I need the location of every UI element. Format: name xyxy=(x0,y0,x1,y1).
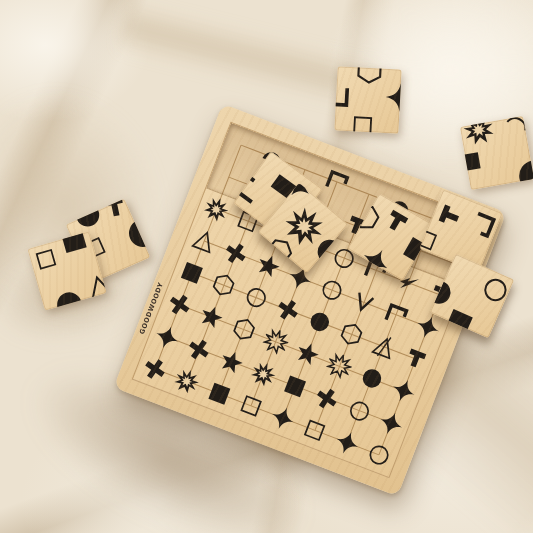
circle-shape-icon xyxy=(317,275,348,306)
circle-shape-icon xyxy=(344,395,375,426)
check-shape-icon xyxy=(349,287,380,318)
circle_f-shape-icon xyxy=(511,153,533,190)
cross-shape-icon xyxy=(312,383,343,414)
hexagon-shape-icon xyxy=(354,66,386,85)
arc-shape-icon xyxy=(499,116,533,143)
star5-shape-icon xyxy=(196,302,227,333)
triangle_line-shape-icon xyxy=(368,331,399,362)
star4-shape-icon xyxy=(268,403,299,434)
square-shape-icon xyxy=(31,245,61,275)
star4-shape-icon xyxy=(376,407,407,438)
burst_o-shape-icon xyxy=(260,326,291,357)
burst-shape-icon xyxy=(201,194,232,225)
square-shape-icon xyxy=(349,112,376,134)
cross-shape-icon xyxy=(164,289,195,320)
circle_f-shape-icon xyxy=(304,307,335,338)
T-shape-icon xyxy=(400,343,431,374)
halfcircle-shape-icon xyxy=(48,279,88,310)
burst_o-shape-icon xyxy=(324,351,355,382)
burst-shape-icon xyxy=(172,366,203,397)
star5-shape-icon xyxy=(216,346,247,377)
hexagon-shape-icon xyxy=(208,270,239,301)
T-shape-icon xyxy=(433,199,467,233)
square_f-shape-icon xyxy=(280,371,311,402)
burst-shape-icon xyxy=(248,358,279,389)
circle-shape-icon xyxy=(477,272,514,309)
cross-shape-icon xyxy=(184,334,215,365)
loose-tile-right[interactable] xyxy=(460,116,533,190)
circle_f-shape-icon xyxy=(356,363,387,394)
square-shape-icon xyxy=(236,390,267,421)
star4-shape-icon xyxy=(384,82,401,114)
cross-shape-icon xyxy=(140,353,171,384)
circle-shape-icon xyxy=(363,439,394,470)
T-shape-icon xyxy=(99,199,130,223)
circle-shape-icon xyxy=(240,282,271,313)
bracket-shape-icon xyxy=(321,166,352,197)
circle_f-shape-icon xyxy=(68,199,108,235)
square_f-shape-icon xyxy=(176,258,207,289)
cross-shape-icon xyxy=(272,294,303,325)
square_f-shape-icon xyxy=(204,378,235,409)
photo-scene: GOODWOODY xyxy=(0,0,533,533)
cross-shape-icon xyxy=(221,238,252,269)
star5-shape-icon xyxy=(292,339,323,370)
square-shape-icon xyxy=(299,415,330,446)
bracket-shape-icon xyxy=(381,299,412,330)
star4-shape-icon xyxy=(388,375,419,406)
loose-tile-top[interactable] xyxy=(334,66,401,133)
star4-shape-icon xyxy=(152,321,183,352)
bracket-shape-icon xyxy=(334,83,351,110)
hexagon-shape-icon xyxy=(336,319,367,350)
burst-shape-icon xyxy=(461,116,496,147)
rect_f-shape-icon xyxy=(57,231,92,260)
star5-shape-icon xyxy=(253,250,284,281)
rect_f-shape-icon xyxy=(460,145,486,180)
hexagon-shape-icon xyxy=(228,314,259,345)
star4-shape-icon xyxy=(331,427,362,458)
triangle-shape-icon xyxy=(189,226,220,257)
